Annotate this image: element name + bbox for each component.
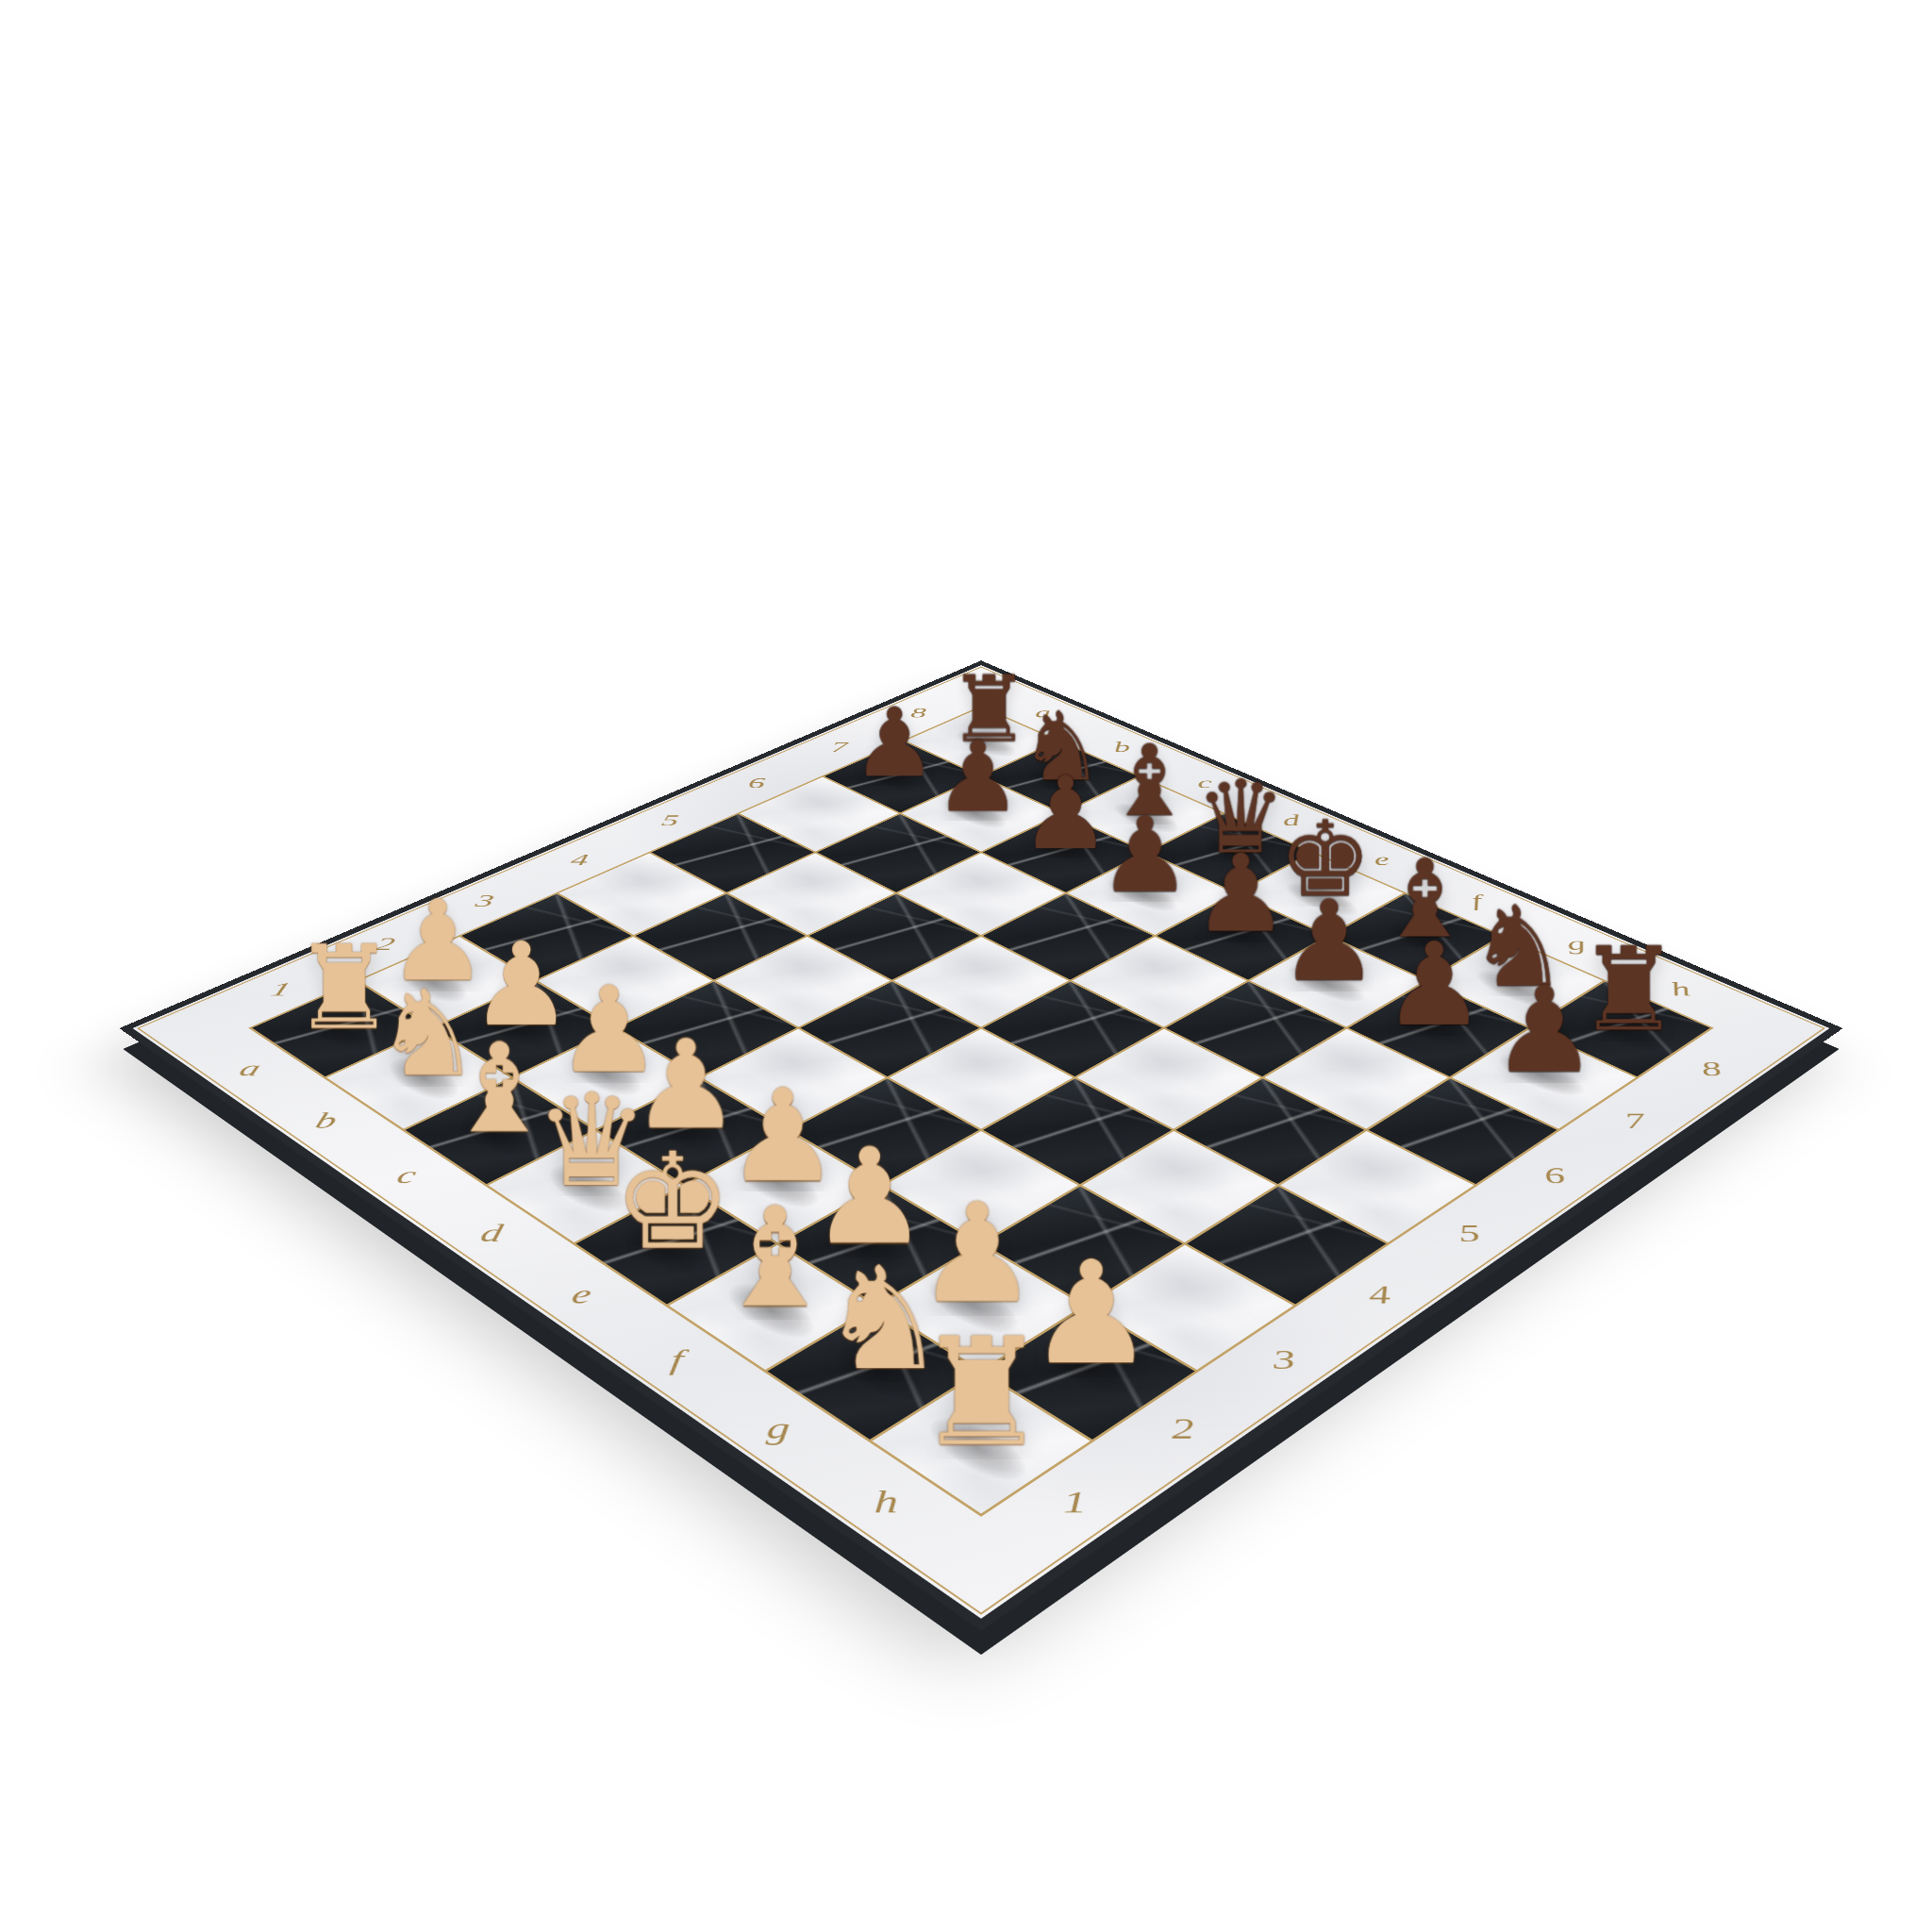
pawn-glyph: ♟	[1193, 841, 1290, 948]
rank-label-2-right: 2	[1170, 1411, 1197, 1446]
file-label-b-near: b	[312, 1108, 341, 1133]
rank-label-5-left: 5	[660, 810, 681, 829]
rank-label-8-right: 8	[1697, 1056, 1726, 1080]
rank-label-5-right: 5	[1456, 1219, 1484, 1248]
rook-glyph: ♜	[916, 1318, 1049, 1467]
file-label-f-near: f	[669, 1343, 687, 1375]
rank-label-1-right: 1	[1063, 1483, 1090, 1520]
rank-label-3-right: 3	[1271, 1343, 1298, 1375]
file-label-g-near: g	[766, 1411, 793, 1446]
rank-label-6-right: 6	[1541, 1161, 1570, 1189]
rank-label-1-left: 1	[268, 977, 296, 1000]
pawn-glyph: ♟	[935, 727, 1023, 825]
file-label-d-near: d	[478, 1219, 507, 1248]
product-photo-scene: aabbccddeeffgghh1122334455667788♜♞♝♛♚♝♞♜…	[0, 0, 1932, 1932]
file-label-e-near: e	[570, 1279, 595, 1309]
pawn-glyph: ♟	[1383, 926, 1486, 1041]
rank-label-7-left: 7	[831, 738, 849, 755]
file-label-a-near: a	[236, 1056, 265, 1080]
file-label-h-near: h	[874, 1483, 900, 1520]
rank-label-7-right: 7	[1621, 1108, 1650, 1133]
file-label-c-near: c	[394, 1161, 421, 1189]
chess-board: aabbccddeeffgghh1122334455667788♜♞♝♛♚♝♞♜…	[133, 665, 1830, 1619]
pawn-glyph: ♟	[1279, 886, 1379, 997]
rank-label-6-left: 6	[747, 774, 767, 791]
pawn-glyph: ♟	[1491, 970, 1598, 1089]
pawn-glyph: ♟	[1099, 803, 1192, 907]
rank-label-4-left: 4	[569, 849, 591, 869]
pawn-glyph: ♟	[852, 695, 937, 791]
rank-label-4-right: 4	[1366, 1279, 1394, 1309]
